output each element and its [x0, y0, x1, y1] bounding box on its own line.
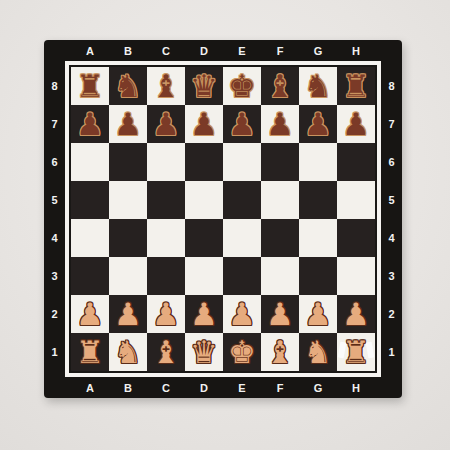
file-label-bottom-a: A: [71, 377, 109, 398]
square-d3[interactable]: [185, 257, 223, 295]
square-a7[interactable]: ♟: [71, 105, 109, 143]
file-label-top-a: A: [71, 40, 109, 61]
square-g8[interactable]: ♞: [299, 67, 337, 105]
rank-label-left-6: 6: [44, 143, 65, 181]
square-d4[interactable]: [185, 219, 223, 257]
piece-white-knight[interactable]: ♞: [304, 337, 332, 368]
piece-black-king[interactable]: ♚: [228, 71, 256, 102]
square-f8[interactable]: ♝: [261, 67, 299, 105]
piece-black-pawn[interactable]: ♟: [228, 109, 256, 140]
file-label-bottom-f: F: [261, 377, 299, 398]
rank-label-right-3: 3: [381, 257, 402, 295]
file-label-bottom-g: G: [299, 377, 337, 398]
file-label-top-b: B: [109, 40, 147, 61]
square-g6[interactable]: [299, 143, 337, 181]
rank-labels-left: 87654321: [44, 67, 65, 371]
square-e8[interactable]: ♚: [223, 67, 261, 105]
square-g4[interactable]: [299, 219, 337, 257]
square-h4[interactable]: [337, 219, 375, 257]
square-g1[interactable]: ♞: [299, 333, 337, 371]
square-b6[interactable]: [109, 143, 147, 181]
file-label-bottom-e: E: [223, 377, 261, 398]
chess-board: ♜♞♝♛♚♝♞♜♟♟♟♟♟♟♟♟♟♟♟♟♟♟♟♟♜♞♝♛♚♝♞♜: [71, 67, 375, 371]
piece-black-pawn[interactable]: ♟: [342, 109, 370, 140]
rank-label-right-6: 6: [381, 143, 402, 181]
file-label-top-d: D: [185, 40, 223, 61]
rank-label-left-4: 4: [44, 219, 65, 257]
piece-white-rook[interactable]: ♜: [342, 337, 370, 368]
piece-white-pawn[interactable]: ♟: [114, 299, 142, 330]
piece-black-bishop[interactable]: ♝: [266, 71, 294, 102]
piece-black-pawn[interactable]: ♟: [266, 109, 294, 140]
square-d1[interactable]: ♛: [185, 333, 223, 371]
square-e7[interactable]: ♟: [223, 105, 261, 143]
square-g3[interactable]: [299, 257, 337, 295]
square-b3[interactable]: [109, 257, 147, 295]
square-f2[interactable]: ♟: [261, 295, 299, 333]
piece-white-queen[interactable]: ♛: [190, 337, 218, 368]
square-g7[interactable]: ♟: [299, 105, 337, 143]
rank-label-right-1: 1: [381, 333, 402, 371]
file-labels-bottom: ABCDEFGH: [71, 377, 375, 398]
rank-label-right-8: 8: [381, 67, 402, 105]
piece-black-pawn[interactable]: ♟: [190, 109, 218, 140]
file-labels-top: ABCDEFGH: [71, 40, 375, 61]
square-c5[interactable]: [147, 181, 185, 219]
square-e3[interactable]: [223, 257, 261, 295]
square-c7[interactable]: ♟: [147, 105, 185, 143]
square-h6[interactable]: [337, 143, 375, 181]
piece-white-bishop[interactable]: ♝: [266, 337, 294, 368]
piece-black-queen[interactable]: ♛: [190, 71, 218, 102]
square-a2[interactable]: ♟: [71, 295, 109, 333]
file-label-bottom-d: D: [185, 377, 223, 398]
square-f6[interactable]: [261, 143, 299, 181]
file-label-top-f: F: [261, 40, 299, 61]
piece-black-knight[interactable]: ♞: [304, 71, 332, 102]
rank-label-left-7: 7: [44, 105, 65, 143]
product-photo: ABCDEFGH ABCDEFGH 87654321 87654321 ♜♞♝♛…: [0, 0, 450, 450]
square-c4[interactable]: [147, 219, 185, 257]
square-c2[interactable]: ♟: [147, 295, 185, 333]
piece-black-knight[interactable]: ♞: [114, 71, 142, 102]
piece-black-bishop[interactable]: ♝: [152, 71, 180, 102]
rank-label-left-1: 1: [44, 333, 65, 371]
piece-black-pawn[interactable]: ♟: [76, 109, 104, 140]
square-h8[interactable]: ♜: [337, 67, 375, 105]
square-a1[interactable]: ♜: [71, 333, 109, 371]
piece-black-rook[interactable]: ♜: [76, 71, 104, 102]
board-margin: ♜♞♝♛♚♝♞♜♟♟♟♟♟♟♟♟♟♟♟♟♟♟♟♟♜♞♝♛♚♝♞♜: [65, 61, 381, 377]
square-a3[interactable]: [71, 257, 109, 295]
piece-black-rook[interactable]: ♜: [342, 71, 370, 102]
square-b2[interactable]: ♟: [109, 295, 147, 333]
piece-white-pawn[interactable]: ♟: [76, 299, 104, 330]
square-d8[interactable]: ♛: [185, 67, 223, 105]
square-b5[interactable]: [109, 181, 147, 219]
square-h5[interactable]: [337, 181, 375, 219]
square-c8[interactable]: ♝: [147, 67, 185, 105]
file-label-top-h: H: [337, 40, 375, 61]
square-e1[interactable]: ♚: [223, 333, 261, 371]
file-label-bottom-b: B: [109, 377, 147, 398]
square-a4[interactable]: [71, 219, 109, 257]
rank-label-right-2: 2: [381, 295, 402, 333]
piece-black-pawn[interactable]: ♟: [114, 109, 142, 140]
square-a8[interactable]: ♜: [71, 67, 109, 105]
rank-label-right-7: 7: [381, 105, 402, 143]
rank-label-right-5: 5: [381, 181, 402, 219]
board-border: ♜♞♝♛♚♝♞♜♟♟♟♟♟♟♟♟♟♟♟♟♟♟♟♟♜♞♝♛♚♝♞♜: [69, 65, 377, 373]
square-f5[interactable]: [261, 181, 299, 219]
square-f1[interactable]: ♝: [261, 333, 299, 371]
piece-white-pawn[interactable]: ♟: [152, 299, 180, 330]
square-d6[interactable]: [185, 143, 223, 181]
square-h3[interactable]: [337, 257, 375, 295]
square-e4[interactable]: [223, 219, 261, 257]
square-b1[interactable]: ♞: [109, 333, 147, 371]
piece-white-pawn[interactable]: ♟: [228, 299, 256, 330]
piece-white-rook[interactable]: ♜: [76, 337, 104, 368]
file-label-bottom-c: C: [147, 377, 185, 398]
square-e5[interactable]: [223, 181, 261, 219]
rank-label-left-2: 2: [44, 295, 65, 333]
chess-demo-board-mat: ABCDEFGH ABCDEFGH 87654321 87654321 ♜♞♝♛…: [44, 40, 402, 398]
square-c3[interactable]: [147, 257, 185, 295]
square-d7[interactable]: ♟: [185, 105, 223, 143]
square-g2[interactable]: ♟: [299, 295, 337, 333]
piece-black-pawn[interactable]: ♟: [152, 109, 180, 140]
square-h7[interactable]: ♟: [337, 105, 375, 143]
square-a5[interactable]: [71, 181, 109, 219]
piece-white-pawn[interactable]: ♟: [342, 299, 370, 330]
square-f3[interactable]: [261, 257, 299, 295]
square-h1[interactable]: ♜: [337, 333, 375, 371]
square-b7[interactable]: ♟: [109, 105, 147, 143]
piece-white-pawn[interactable]: ♟: [190, 299, 218, 330]
file-label-top-g: G: [299, 40, 337, 61]
piece-white-knight[interactable]: ♞: [114, 337, 142, 368]
square-a6[interactable]: [71, 143, 109, 181]
piece-white-pawn[interactable]: ♟: [266, 299, 294, 330]
rank-labels-right: 87654321: [381, 67, 402, 371]
square-g5[interactable]: [299, 181, 337, 219]
square-d2[interactable]: ♟: [185, 295, 223, 333]
square-e2[interactable]: ♟: [223, 295, 261, 333]
piece-white-pawn[interactable]: ♟: [304, 299, 332, 330]
file-label-bottom-h: H: [337, 377, 375, 398]
piece-white-king[interactable]: ♚: [228, 337, 256, 368]
rank-label-right-4: 4: [381, 219, 402, 257]
square-f7[interactable]: ♟: [261, 105, 299, 143]
rank-label-left-8: 8: [44, 67, 65, 105]
piece-white-bishop[interactable]: ♝: [152, 337, 180, 368]
rank-label-left-3: 3: [44, 257, 65, 295]
file-label-top-e: E: [223, 40, 261, 61]
piece-black-pawn[interactable]: ♟: [304, 109, 332, 140]
file-label-top-c: C: [147, 40, 185, 61]
square-e6[interactable]: [223, 143, 261, 181]
square-c1[interactable]: ♝: [147, 333, 185, 371]
square-h2[interactable]: ♟: [337, 295, 375, 333]
square-c6[interactable]: [147, 143, 185, 181]
square-b4[interactable]: [109, 219, 147, 257]
square-f4[interactable]: [261, 219, 299, 257]
rank-label-left-5: 5: [44, 181, 65, 219]
square-b8[interactable]: ♞: [109, 67, 147, 105]
square-d5[interactable]: [185, 181, 223, 219]
